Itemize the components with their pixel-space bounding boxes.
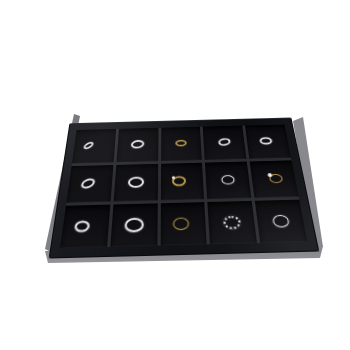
ring-silver	[272, 215, 290, 228]
tray-slot-r1c4	[203, 126, 247, 160]
ring-gold	[172, 176, 186, 186]
tray-slot-r2c2	[113, 164, 157, 202]
ring-silver	[124, 217, 144, 232]
tray-slot-r2c4	[205, 161, 251, 199]
tray-slot-r1c2	[116, 128, 158, 162]
tray-slot-r3c1	[60, 205, 110, 248]
ring-gold	[175, 140, 186, 147]
scene	[0, 0, 350, 350]
tray-slot-r3c2	[110, 204, 157, 247]
tray-slot-r3c4	[208, 201, 257, 244]
tray-slot-r3c3	[160, 202, 207, 245]
tray-slot-r1c3	[161, 127, 202, 161]
tray-slot-r2c3	[160, 162, 204, 200]
tray-slot-r3c5	[255, 200, 307, 243]
tray	[49, 117, 320, 258]
ring-stone	[172, 176, 175, 179]
ring-silver	[217, 138, 231, 147]
ring-silver	[83, 141, 95, 151]
tray-slot-r1c1	[72, 129, 116, 163]
ring-silver	[221, 175, 235, 184]
tray-slot-r2c1	[66, 165, 113, 203]
ring-gold	[173, 217, 189, 230]
tray-grid	[60, 124, 307, 248]
ring-silver	[80, 177, 97, 191]
ring-gold	[268, 174, 283, 183]
ring-silver	[259, 137, 272, 145]
ring-pearl	[267, 173, 272, 177]
ring-silver	[74, 220, 90, 232]
ring-silver	[128, 177, 144, 188]
tray-slot-r2c5	[250, 160, 299, 198]
ring-silver-textured	[223, 215, 241, 229]
tray-frame	[49, 117, 320, 258]
ring-silver	[131, 140, 145, 150]
tray-slot-r1c5	[245, 124, 291, 158]
